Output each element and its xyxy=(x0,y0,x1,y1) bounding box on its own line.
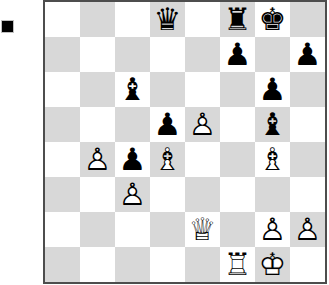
square-a4[interactable] xyxy=(45,142,80,177)
square-f2[interactable] xyxy=(220,212,255,247)
square-a1[interactable] xyxy=(45,247,80,282)
black-king-glyph: ♚ xyxy=(259,3,287,34)
black-pawn-glyph: ♟ xyxy=(294,38,322,69)
square-d6[interactable] xyxy=(150,72,185,107)
black-bishop-glyph: ♝ xyxy=(259,108,287,139)
black-pawn-piece[interactable]: ♟ xyxy=(220,37,255,72)
square-c3[interactable]: ♟♙ xyxy=(115,177,150,212)
square-e4[interactable] xyxy=(185,142,220,177)
black-pawn-glyph: ♟ xyxy=(119,143,147,174)
square-a7[interactable] xyxy=(45,37,80,72)
black-bishop-piece[interactable]: ♝ xyxy=(255,107,290,142)
square-g2[interactable]: ♟♙ xyxy=(255,212,290,247)
white-pawn-glyph: ♙ xyxy=(84,143,112,174)
square-a6[interactable] xyxy=(45,72,80,107)
side-to-move-indicator xyxy=(2,21,13,32)
square-a2[interactable] xyxy=(45,212,80,247)
square-a3[interactable] xyxy=(45,177,80,212)
white-rook-piece[interactable]: ♜♖ xyxy=(220,247,255,282)
square-e5[interactable]: ♟♙ xyxy=(185,107,220,142)
square-g4[interactable]: ♝♗ xyxy=(255,142,290,177)
square-f4[interactable] xyxy=(220,142,255,177)
square-g3[interactable] xyxy=(255,177,290,212)
square-f3[interactable] xyxy=(220,177,255,212)
square-b7[interactable] xyxy=(80,37,115,72)
square-a5[interactable] xyxy=(45,107,80,142)
square-h5[interactable] xyxy=(290,107,325,142)
white-bishop-piece[interactable]: ♝♗ xyxy=(150,142,185,177)
black-queen-glyph: ♛ xyxy=(154,3,182,34)
square-f7[interactable]: ♟ xyxy=(220,37,255,72)
white-pawn-glyph: ♙ xyxy=(189,108,217,139)
square-b2[interactable] xyxy=(80,212,115,247)
square-h3[interactable] xyxy=(290,177,325,212)
square-h8[interactable] xyxy=(290,2,325,37)
white-pawn-glyph: ♙ xyxy=(259,213,287,244)
square-f5[interactable] xyxy=(220,107,255,142)
square-e7[interactable] xyxy=(185,37,220,72)
black-queen-piece[interactable]: ♛ xyxy=(150,2,185,37)
white-pawn-piece[interactable]: ♟♙ xyxy=(115,177,150,212)
square-b8[interactable] xyxy=(80,2,115,37)
square-d7[interactable] xyxy=(150,37,185,72)
square-b5[interactable] xyxy=(80,107,115,142)
square-c8[interactable] xyxy=(115,2,150,37)
black-bishop-piece[interactable]: ♝ xyxy=(115,72,150,107)
square-d3[interactable] xyxy=(150,177,185,212)
white-king-glyph: ♔ xyxy=(259,248,287,279)
chess-board: ♛♜♚♟♟♝♟♟♟♙♝♟♙♟♝♗♝♗♟♙♛♕♟♙♟♙♜♖♚♔ xyxy=(43,0,327,284)
white-pawn-piece[interactable]: ♟♙ xyxy=(185,107,220,142)
black-pawn-piece[interactable]: ♟ xyxy=(115,142,150,177)
square-e2[interactable]: ♛♕ xyxy=(185,212,220,247)
square-b6[interactable] xyxy=(80,72,115,107)
black-pawn-glyph: ♟ xyxy=(259,73,287,104)
square-c7[interactable] xyxy=(115,37,150,72)
square-g7[interactable] xyxy=(255,37,290,72)
square-b4[interactable]: ♟♙ xyxy=(80,142,115,177)
square-g5[interactable]: ♝ xyxy=(255,107,290,142)
square-f8[interactable]: ♜ xyxy=(220,2,255,37)
white-bishop-piece[interactable]: ♝♗ xyxy=(255,142,290,177)
square-e6[interactable] xyxy=(185,72,220,107)
square-f1[interactable]: ♜♖ xyxy=(220,247,255,282)
black-rook-piece[interactable]: ♜ xyxy=(220,2,255,37)
square-b3[interactable] xyxy=(80,177,115,212)
white-rook-glyph: ♖ xyxy=(224,248,252,279)
black-pawn-glyph: ♟ xyxy=(154,108,182,139)
square-h4[interactable] xyxy=(290,142,325,177)
white-pawn-piece[interactable]: ♟♙ xyxy=(255,212,290,247)
square-b1[interactable] xyxy=(80,247,115,282)
white-pawn-glyph: ♙ xyxy=(119,178,147,209)
white-pawn-piece[interactable]: ♟♙ xyxy=(80,142,115,177)
square-f6[interactable] xyxy=(220,72,255,107)
square-h6[interactable] xyxy=(290,72,325,107)
square-c1[interactable] xyxy=(115,247,150,282)
black-king-piece[interactable]: ♚ xyxy=(255,2,290,37)
black-pawn-piece[interactable]: ♟ xyxy=(255,72,290,107)
square-d2[interactable] xyxy=(150,212,185,247)
square-e1[interactable] xyxy=(185,247,220,282)
square-c6[interactable]: ♝ xyxy=(115,72,150,107)
square-c5[interactable] xyxy=(115,107,150,142)
black-rook-glyph: ♜ xyxy=(224,3,252,34)
black-pawn-piece[interactable]: ♟ xyxy=(290,37,325,72)
square-e3[interactable] xyxy=(185,177,220,212)
square-g8[interactable]: ♚ xyxy=(255,2,290,37)
square-d4[interactable]: ♝♗ xyxy=(150,142,185,177)
white-king-piece[interactable]: ♚♔ xyxy=(255,247,290,282)
white-bishop-glyph: ♗ xyxy=(259,143,287,174)
square-d1[interactable] xyxy=(150,247,185,282)
white-queen-piece[interactable]: ♛♕ xyxy=(185,212,220,247)
square-c4[interactable]: ♟ xyxy=(115,142,150,177)
black-pawn-piece[interactable]: ♟ xyxy=(150,107,185,142)
white-bishop-glyph: ♗ xyxy=(154,143,182,174)
white-queen-glyph: ♕ xyxy=(189,213,217,244)
black-bishop-glyph: ♝ xyxy=(119,73,147,104)
square-h1[interactable] xyxy=(290,247,325,282)
square-e8[interactable] xyxy=(185,2,220,37)
square-d8[interactable]: ♛ xyxy=(150,2,185,37)
square-h2[interactable]: ♟♙ xyxy=(290,212,325,247)
white-pawn-glyph: ♙ xyxy=(294,213,322,244)
square-h7[interactable]: ♟ xyxy=(290,37,325,72)
black-pawn-glyph: ♟ xyxy=(224,38,252,69)
square-a8[interactable] xyxy=(45,2,80,37)
square-g1[interactable]: ♚♔ xyxy=(255,247,290,282)
chess-diagram: ♛♜♚♟♟♝♟♟♟♙♝♟♙♟♝♗♝♗♟♙♛♕♟♙♟♙♜♖♚♔ xyxy=(0,0,329,285)
square-d5[interactable]: ♟ xyxy=(150,107,185,142)
square-c2[interactable] xyxy=(115,212,150,247)
square-g6[interactable]: ♟ xyxy=(255,72,290,107)
white-pawn-piece[interactable]: ♟♙ xyxy=(290,212,325,247)
